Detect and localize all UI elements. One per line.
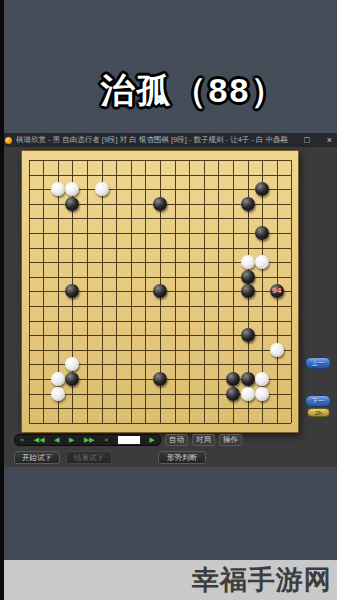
menu-item[interactable]: 自动	[165, 434, 188, 446]
white-stone	[255, 372, 269, 386]
black-stone	[65, 197, 79, 211]
goto-move-button[interactable]: ▶	[150, 435, 155, 445]
board-gridline-h	[29, 321, 292, 322]
white-stone	[95, 182, 109, 196]
board-gridline-v	[175, 160, 176, 423]
white-stone	[65, 357, 79, 371]
black-stone: 94	[270, 284, 284, 298]
black-stone	[241, 197, 255, 211]
kifu-nav-bar: «◀◀◀▶▶▶»▶	[14, 434, 161, 446]
board-gridline-h	[29, 306, 292, 307]
hero-banner: 治孤（88）	[0, 0, 337, 133]
left-edge-strip	[0, 0, 4, 600]
watermark-text: 幸福手游网	[192, 562, 337, 598]
window-titlebar: 棋谱欣赏 - 黑 自由选行者 [9段] 对 白 银杏围棋 [9段] - 数子规则…	[0, 133, 337, 147]
black-stone	[226, 372, 240, 386]
menu-item[interactable]: 操作	[219, 434, 242, 446]
board-gridline-h	[29, 423, 292, 424]
end-trial-button[interactable]: 结束试下	[66, 451, 112, 464]
app-screenshot: 治孤（88） 棋谱欣赏 - 黑 自由选行者 [9段] 对 白 银杏围棋 [9段]…	[0, 0, 337, 600]
board-gridline-h	[29, 408, 292, 409]
white-stone	[51, 182, 65, 196]
close-icon[interactable]: ×	[327, 133, 332, 147]
side-button-next[interactable]: 下一	[305, 395, 331, 407]
board-gridline-v	[204, 160, 205, 423]
judge-position-button[interactable]: 形势判断	[158, 451, 206, 464]
start-trial-button[interactable]: 开始试下	[14, 451, 60, 464]
black-stone	[241, 284, 255, 298]
black-stone	[153, 197, 167, 211]
window-title-text: 棋谱欣赏 - 黑 自由选行者 [9段] 对 白 银杏围棋 [9段] - 数子规则…	[16, 135, 288, 145]
kifu-nav-button[interactable]: ▶▶	[84, 435, 95, 445]
black-stone	[241, 270, 255, 284]
white-stone	[51, 372, 65, 386]
window-controls: — □ ×	[278, 133, 332, 147]
white-stone	[65, 182, 79, 196]
board-gridline-v	[218, 160, 219, 423]
kifu-nav-button[interactable]: ◀	[54, 435, 59, 445]
move-number-input[interactable]	[118, 436, 140, 444]
white-stone	[241, 255, 255, 269]
kifu-nav-button[interactable]: «	[20, 435, 24, 445]
black-stone	[65, 284, 79, 298]
black-stone	[255, 182, 269, 196]
black-stone	[255, 226, 269, 240]
side-badge: 2h	[307, 408, 330, 417]
white-stone	[270, 343, 284, 357]
footer-band: 幸福手游网	[0, 560, 337, 600]
board-gridline-h	[29, 350, 292, 351]
side-button-prev[interactable]: 上一	[305, 357, 331, 369]
page-title: 治孤（88）	[0, 68, 337, 114]
white-stone	[255, 255, 269, 269]
menu-bar: 自动对局操作	[165, 434, 242, 446]
move-number-label: 94	[272, 288, 282, 295]
black-stone	[65, 372, 79, 386]
app-icon	[5, 137, 12, 144]
lower-background	[0, 467, 337, 560]
black-stone	[153, 284, 167, 298]
black-stone	[241, 328, 255, 342]
board-gridline-v	[189, 160, 190, 423]
kifu-nav-button[interactable]: ▶	[69, 435, 74, 445]
maximize-icon[interactable]: □	[304, 133, 309, 147]
board-gridline-v	[291, 160, 292, 423]
white-stone	[51, 387, 65, 401]
go-board[interactable]: 94	[21, 150, 299, 433]
black-stone	[153, 372, 167, 386]
minimize-icon[interactable]: —	[278, 133, 287, 147]
white-stone	[255, 387, 269, 401]
white-stone	[241, 387, 255, 401]
kifu-nav-button[interactable]: »	[104, 435, 108, 445]
black-stone	[226, 387, 240, 401]
menu-item[interactable]: 对局	[192, 434, 215, 446]
kifu-nav-button[interactable]: ◀◀	[34, 435, 45, 445]
black-stone	[241, 372, 255, 386]
